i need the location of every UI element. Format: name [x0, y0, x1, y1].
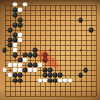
white-stone[interactable] [2, 68, 7, 73]
white-stone[interactable] [68, 78, 73, 83]
black-stone[interactable] [17, 78, 22, 83]
black-stone[interactable] [12, 53, 17, 58]
black-stone[interactable] [43, 58, 48, 63]
black-stone[interactable] [2, 48, 7, 53]
star-point [19, 49, 21, 51]
grid-line-vertical [75, 5, 76, 96]
go-board[interactable] [0, 0, 100, 100]
grid-line-horizontal [5, 55, 96, 56]
black-stone[interactable] [83, 68, 88, 73]
black-stone[interactable] [17, 22, 22, 27]
black-stone[interactable] [88, 27, 93, 32]
grid-line-horizontal [5, 91, 96, 92]
white-stone[interactable] [22, 2, 27, 7]
black-stone[interactable] [78, 73, 83, 78]
red-annotation-mark [53, 63, 59, 69]
grid-line-horizontal [5, 96, 96, 97]
white-stone[interactable] [38, 63, 43, 68]
black-stone[interactable] [78, 17, 83, 22]
star-point [49, 49, 51, 51]
grid-line-vertical [96, 5, 97, 96]
grid-line-vertical [86, 5, 87, 96]
black-stone[interactable] [12, 12, 17, 17]
white-stone[interactable] [33, 68, 38, 73]
white-stone[interactable] [17, 7, 22, 12]
star-point [80, 80, 82, 82]
grid-line-vertical [91, 5, 92, 96]
white-stone[interactable] [17, 38, 22, 43]
go-app-screenshot [0, 0, 100, 100]
star-point [80, 49, 82, 51]
grid-line-horizontal [5, 86, 96, 87]
black-stone[interactable] [7, 27, 12, 32]
black-stone[interactable] [33, 53, 38, 58]
star-point [49, 19, 51, 21]
white-stone[interactable] [22, 58, 27, 63]
